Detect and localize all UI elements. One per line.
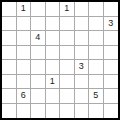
cell-r4c7[interactable] [104, 60, 119, 75]
cell-r7c2[interactable] [31, 104, 46, 119]
cell-r2c1[interactable] [17, 31, 32, 46]
clue-cell-r6c1[interactable]: 6 [17, 89, 32, 104]
cell-r7c7[interactable] [104, 104, 119, 119]
cell-r7c1[interactable] [17, 104, 32, 119]
cell-r5c1[interactable] [17, 75, 32, 90]
cell-r1c4[interactable] [60, 17, 75, 32]
clue-cell-r0c4[interactable]: 1 [60, 2, 75, 17]
clue-cell-r2c2[interactable]: 4 [31, 31, 46, 46]
cell-r6c4[interactable] [60, 89, 75, 104]
cell-r1c6[interactable] [89, 17, 104, 32]
cell-r1c2[interactable] [31, 17, 46, 32]
cell-r3c0[interactable] [2, 46, 17, 61]
clue-cell-r0c1[interactable]: 1 [17, 2, 32, 17]
cell-r2c3[interactable] [46, 31, 61, 46]
cell-r7c6[interactable] [89, 104, 104, 119]
nurikabe-board: 11343165 [0, 0, 120, 120]
cell-r3c7[interactable] [104, 46, 119, 61]
cell-r3c6[interactable] [89, 46, 104, 61]
cell-r2c0[interactable] [2, 31, 17, 46]
cell-r7c3[interactable] [46, 104, 61, 119]
cell-r5c7[interactable] [104, 75, 119, 90]
cell-r0c6[interactable] [89, 2, 104, 17]
cell-r5c0[interactable] [2, 75, 17, 90]
cell-r2c4[interactable] [60, 31, 75, 46]
cell-r2c7[interactable] [104, 31, 119, 46]
cell-r3c1[interactable] [17, 46, 32, 61]
cell-r7c0[interactable] [2, 104, 17, 119]
cell-r7c5[interactable] [75, 104, 90, 119]
cell-r5c6[interactable] [89, 75, 104, 90]
cell-r4c0[interactable] [2, 60, 17, 75]
cell-r4c4[interactable] [60, 60, 75, 75]
cell-r1c0[interactable] [2, 17, 17, 32]
cell-r6c2[interactable] [31, 89, 46, 104]
cell-r1c5[interactable] [75, 17, 90, 32]
cell-r3c5[interactable] [75, 46, 90, 61]
cell-r4c2[interactable] [31, 60, 46, 75]
cell-r6c0[interactable] [2, 89, 17, 104]
cell-r7c4[interactable] [60, 104, 75, 119]
cell-r4c3[interactable] [46, 60, 61, 75]
cell-r5c2[interactable] [31, 75, 46, 90]
cell-r4c1[interactable] [17, 60, 32, 75]
cell-r5c5[interactable] [75, 75, 90, 90]
cell-r0c7[interactable] [104, 2, 119, 17]
cell-r0c3[interactable] [46, 2, 61, 17]
cell-r6c7[interactable] [104, 89, 119, 104]
cell-r3c2[interactable] [31, 46, 46, 61]
cell-r6c5[interactable] [75, 89, 90, 104]
cell-r5c4[interactable] [60, 75, 75, 90]
clue-cell-r6c6[interactable]: 5 [89, 89, 104, 104]
cell-r3c3[interactable] [46, 46, 61, 61]
cell-r0c2[interactable] [31, 2, 46, 17]
cell-r4c6[interactable] [89, 60, 104, 75]
cell-r1c1[interactable] [17, 17, 32, 32]
clue-cell-r4c5[interactable]: 3 [75, 60, 90, 75]
cell-r0c5[interactable] [75, 2, 90, 17]
clue-cell-r1c7[interactable]: 3 [104, 17, 119, 32]
cell-r6c3[interactable] [46, 89, 61, 104]
clue-cell-r5c3[interactable]: 1 [46, 75, 61, 90]
cell-r2c5[interactable] [75, 31, 90, 46]
cell-r1c3[interactable] [46, 17, 61, 32]
cell-r3c4[interactable] [60, 46, 75, 61]
cell-r2c6[interactable] [89, 31, 104, 46]
cell-r0c0[interactable] [2, 2, 17, 17]
